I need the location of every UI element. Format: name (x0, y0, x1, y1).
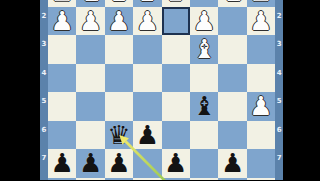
piece-white-pawn: ♟ (107, 7, 130, 35)
square-g2[interactable]: ♟ (76, 7, 104, 36)
square-a5[interactable]: ♟ (247, 92, 275, 121)
rank-label-5: 5 (275, 97, 283, 105)
square-c4[interactable] (190, 64, 218, 93)
piece-black-pawn: ♟ (107, 149, 130, 177)
piece-white-queen: ♛ (164, 0, 187, 6)
rank-strip-left: 12345678 (40, 0, 48, 180)
square-h2[interactable]: ♟ (48, 7, 76, 36)
rank-label-3: 3 (40, 40, 48, 48)
piece-white-pawn: ♟ (136, 7, 159, 35)
thumbnail-stage: 12345678 12345678 ♜♞♝♚♛♞♜♟♟♟♟♟♟♝♝♟♛♟♟♟♟♟… (0, 0, 320, 180)
rank-label-6: 6 (275, 126, 283, 134)
letterbox-right (283, 0, 320, 180)
square-a4[interactable] (247, 64, 275, 93)
square-b3[interactable] (218, 35, 246, 64)
square-e5[interactable] (133, 92, 161, 121)
chess-board: ♜♞♝♚♛♞♜♟♟♟♟♟♟♝♝♟♛♟♟♟♟♟♟♜♞♚♝♞♜ (48, 0, 275, 180)
rank-label-2: 2 (40, 12, 48, 20)
piece-white-pawn: ♟ (249, 92, 272, 120)
square-d7[interactable]: ♟ (162, 149, 190, 178)
piece-black-pawn: ♟ (136, 121, 159, 149)
piece-black-pawn: ♟ (221, 149, 244, 177)
square-g5[interactable] (76, 92, 104, 121)
square-b6[interactable] (218, 121, 246, 150)
piece-black-pawn: ♟ (51, 149, 74, 177)
square-c3[interactable]: ♝ (190, 35, 218, 64)
square-a7[interactable] (247, 149, 275, 178)
square-g7[interactable]: ♟ (76, 149, 104, 178)
square-f3[interactable] (105, 35, 133, 64)
square-e3[interactable] (133, 35, 161, 64)
square-h3[interactable] (48, 35, 76, 64)
rank-strip-right: 12345678 (275, 0, 283, 180)
square-h4[interactable] (48, 64, 76, 93)
square-h6[interactable] (48, 121, 76, 150)
square-c5[interactable]: ♝ (190, 92, 218, 121)
square-d8[interactable] (162, 178, 190, 181)
square-d6[interactable] (162, 121, 190, 150)
piece-white-pawn: ♟ (192, 7, 215, 35)
square-g4[interactable] (76, 64, 104, 93)
square-f6[interactable]: ♛ (105, 121, 133, 150)
square-g6[interactable] (76, 121, 104, 150)
square-d2[interactable] (162, 7, 190, 36)
square-a3[interactable] (247, 35, 275, 64)
square-b8[interactable]: ♞ (218, 178, 246, 181)
square-f2[interactable]: ♟ (105, 7, 133, 36)
piece-white-knight: ♞ (221, 0, 244, 6)
piece-white-pawn: ♟ (79, 7, 102, 35)
piece-black-pawn: ♟ (164, 149, 187, 177)
square-e2[interactable]: ♟ (133, 7, 161, 36)
rank-label-7: 7 (275, 154, 283, 162)
square-e8[interactable]: ♚ (133, 178, 161, 181)
square-d4[interactable] (162, 64, 190, 93)
piece-black-knight: ♞ (79, 178, 102, 180)
square-f7[interactable]: ♟ (105, 149, 133, 178)
square-f5[interactable] (105, 92, 133, 121)
square-e6[interactable]: ♟ (133, 121, 161, 150)
piece-black-rook: ♜ (249, 178, 272, 180)
square-h7[interactable]: ♟ (48, 149, 76, 178)
rank-label-3: 3 (275, 40, 283, 48)
piece-white-bishop: ♝ (192, 35, 215, 63)
piece-black-king: ♚ (136, 178, 159, 180)
square-c6[interactable] (190, 121, 218, 150)
rank-label-2: 2 (275, 12, 283, 20)
square-c2[interactable]: ♟ (190, 7, 218, 36)
square-e7[interactable] (133, 149, 161, 178)
rank-label-4: 4 (275, 69, 283, 77)
square-f4[interactable] (105, 64, 133, 93)
square-a8[interactable]: ♜ (247, 178, 275, 181)
piece-black-bishop: ♝ (192, 178, 215, 180)
square-a2[interactable]: ♟ (247, 7, 275, 36)
piece-white-pawn: ♟ (249, 7, 272, 35)
square-g3[interactable] (76, 35, 104, 64)
square-d5[interactable] (162, 92, 190, 121)
piece-black-pawn: ♟ (79, 149, 102, 177)
letterbox-left (0, 0, 40, 180)
rank-label-6: 6 (40, 126, 48, 134)
square-c8[interactable]: ♝ (190, 178, 218, 181)
piece-black-queen: ♛ (107, 121, 130, 149)
square-b5[interactable] (218, 92, 246, 121)
piece-black-rook: ♜ (51, 178, 74, 180)
piece-white-pawn: ♟ (51, 7, 74, 35)
square-h8[interactable]: ♜ (48, 178, 76, 181)
square-g8[interactable]: ♞ (76, 178, 104, 181)
rank-label-4: 4 (40, 69, 48, 77)
piece-black-knight: ♞ (221, 178, 244, 180)
square-h5[interactable] (48, 92, 76, 121)
rank-label-5: 5 (40, 97, 48, 105)
piece-black-bishop: ♝ (192, 92, 215, 120)
square-f8[interactable] (105, 178, 133, 181)
square-d3[interactable] (162, 35, 190, 64)
square-c7[interactable] (190, 149, 218, 178)
square-a6[interactable] (247, 121, 275, 150)
square-b2[interactable] (218, 7, 246, 36)
square-b7[interactable]: ♟ (218, 149, 246, 178)
rank-label-7: 7 (40, 154, 48, 162)
square-b4[interactable] (218, 64, 246, 93)
square-e4[interactable] (133, 64, 161, 93)
